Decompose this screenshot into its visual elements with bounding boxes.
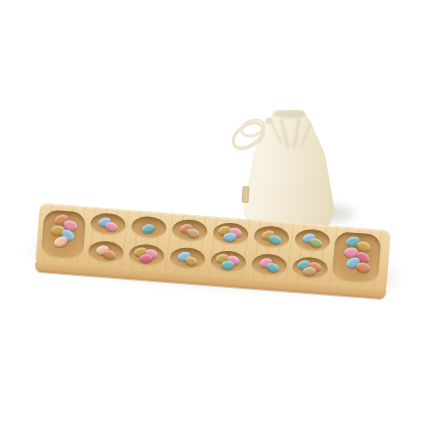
stone-teal — [265, 261, 280, 273]
bag-cord-knot — [265, 118, 273, 124]
bag-tag — [241, 186, 249, 203]
pit-back-2 — [130, 215, 167, 240]
bag-fold — [292, 117, 301, 149]
stone-teal — [141, 222, 156, 234]
cotton-bag — [243, 110, 335, 226]
pit-front-2 — [128, 243, 165, 268]
pit-back-4 — [212, 221, 249, 246]
stone-tan — [302, 267, 315, 276]
store-right — [332, 231, 382, 284]
pit-front-1 — [87, 239, 124, 264]
stone-orange — [102, 248, 117, 260]
stone-red — [139, 254, 152, 263]
stone-gold — [184, 255, 199, 267]
pit-front-5 — [251, 252, 288, 277]
bag-cinch-fold — [273, 110, 307, 118]
pit-back-5 — [253, 224, 290, 249]
pit-front-4 — [210, 249, 247, 274]
pit-back-6 — [294, 228, 331, 253]
stone-pink — [104, 220, 119, 232]
stone-orange — [355, 261, 371, 274]
store-left — [41, 209, 87, 260]
pit-front-3 — [169, 246, 206, 271]
pit-front-6 — [291, 256, 328, 281]
stone-teal — [221, 260, 234, 269]
stone-blue — [223, 232, 236, 241]
bag-fold — [300, 123, 312, 148]
pit-back-3 — [171, 218, 208, 243]
stone-teal — [268, 233, 283, 245]
product-photo-scene — [0, 0, 430, 430]
stone-tan — [186, 227, 201, 239]
pit-back-1 — [89, 212, 126, 237]
stone-green — [308, 236, 323, 248]
